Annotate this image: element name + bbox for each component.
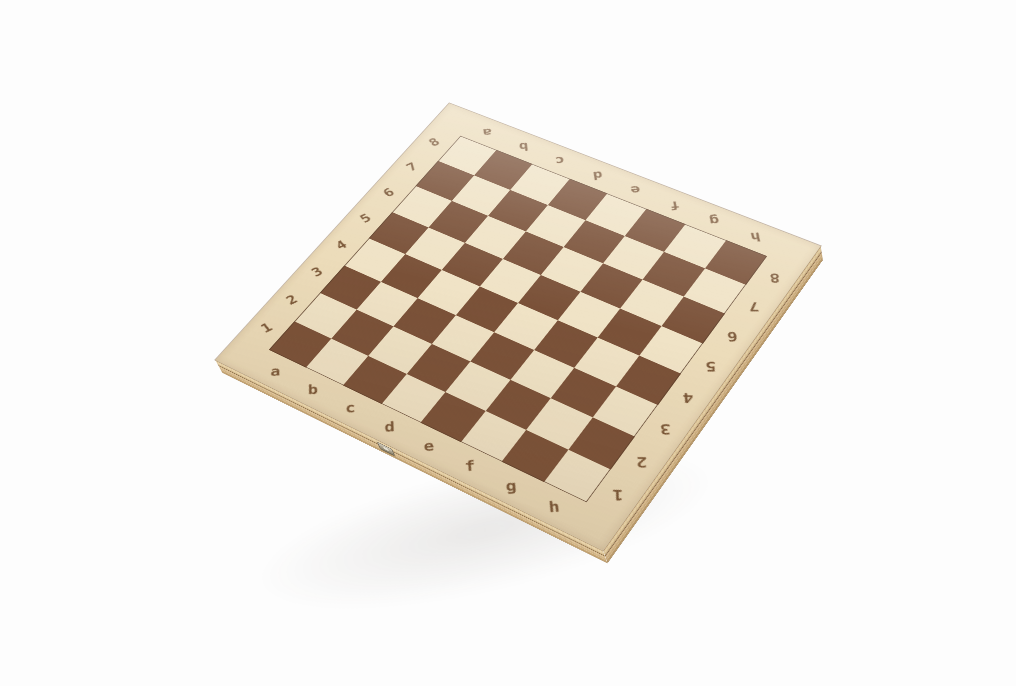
coordinate-label: 5	[705, 360, 716, 373]
coordinate-label: f	[464, 458, 476, 472]
coordinate-label: c	[346, 401, 356, 415]
coordinate-label: 7	[404, 161, 420, 173]
coordinate-label: 6	[381, 186, 397, 199]
coordinate-label: g	[506, 479, 518, 494]
coordinate-label: 2	[636, 454, 647, 468]
coordinate-label: 2	[284, 293, 300, 307]
coordinate-label: a	[483, 127, 493, 138]
coordinate-label: d	[384, 420, 395, 434]
coordinate-label: h	[548, 499, 560, 514]
coordinate-label: 5	[357, 212, 373, 225]
coordinate-label: h	[749, 230, 762, 242]
coordinate-label: 1	[612, 487, 623, 502]
coordinate-label: 7	[748, 300, 759, 313]
chess-box: abcdefgh8877665544332211abcdefgh	[215, 103, 820, 550]
coordinate-label: g	[708, 214, 720, 226]
coordinate-label: 4	[682, 391, 693, 405]
coordinate-label: b	[308, 383, 318, 396]
coordinate-label: f	[669, 199, 681, 211]
coordinate-label: 8	[426, 136, 442, 148]
coordinate-label: d	[592, 169, 603, 180]
coordinate-label: 4	[333, 238, 349, 251]
coordinate-label: 6	[727, 330, 738, 343]
board-grid: abcdefgh8877665544332211abcdefgh	[215, 103, 820, 550]
coordinate-label: 8	[769, 271, 781, 283]
product-photo: abcdefgh8877665544332211abcdefgh	[0, 0, 1016, 686]
coordinate-label: a	[271, 365, 281, 378]
coordinate-label: 3	[309, 265, 325, 279]
coordinate-label: 3	[660, 422, 671, 436]
coordinate-label: e	[630, 184, 641, 196]
coordinate-label: c	[555, 155, 566, 166]
coordinate-label: e	[424, 439, 435, 453]
chessboard-scene: abcdefgh8877665544332211abcdefgh	[232, 52, 805, 553]
coordinate-label: b	[518, 141, 528, 152]
coordinate-label: 1	[258, 321, 274, 335]
